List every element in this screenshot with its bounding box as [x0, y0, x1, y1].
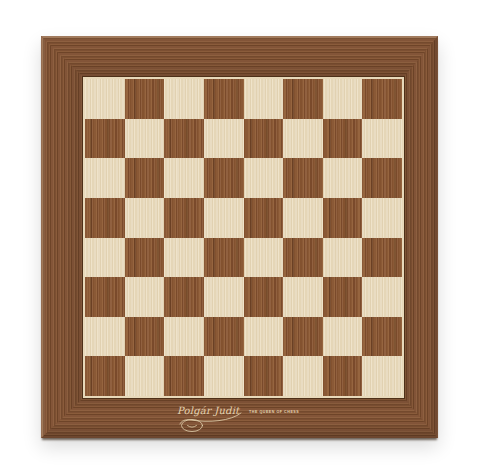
signature-smile: [187, 426, 196, 428]
square-b7[interactable]: [125, 119, 165, 159]
square-f8[interactable]: [283, 79, 323, 119]
square-a1[interactable]: [85, 356, 125, 396]
square-h5[interactable]: [362, 198, 402, 238]
signature-oval: [181, 420, 202, 432]
square-b1[interactable]: [125, 356, 165, 396]
square-a7[interactable]: [85, 119, 125, 159]
square-c2[interactable]: [164, 317, 204, 357]
square-b4[interactable]: [125, 238, 165, 278]
square-f1[interactable]: [283, 356, 323, 396]
square-c6[interactable]: [164, 158, 204, 198]
product-photo: Polgár Judit THE QUEEN OF CHESS: [0, 0, 480, 475]
square-c5[interactable]: [164, 198, 204, 238]
square-f4[interactable]: [283, 238, 323, 278]
square-e1[interactable]: [244, 356, 284, 396]
square-g5[interactable]: [323, 198, 363, 238]
square-g6[interactable]: [323, 158, 363, 198]
square-g2[interactable]: [323, 317, 363, 357]
square-h6[interactable]: [362, 158, 402, 198]
square-a4[interactable]: [85, 238, 125, 278]
square-e7[interactable]: [244, 119, 284, 159]
square-d5[interactable]: [204, 198, 244, 238]
square-a6[interactable]: [85, 158, 125, 198]
square-g8[interactable]: [323, 79, 363, 119]
square-d2[interactable]: [204, 317, 244, 357]
square-g7[interactable]: [323, 119, 363, 159]
square-c4[interactable]: [164, 238, 204, 278]
signature-script: Polgár Judit: [177, 405, 240, 417]
board-frame-left: [41, 36, 83, 438]
square-h3[interactable]: [362, 277, 402, 317]
square-e5[interactable]: [244, 198, 284, 238]
square-f6[interactable]: [283, 158, 323, 198]
square-a8[interactable]: [85, 79, 125, 119]
square-c1[interactable]: [164, 356, 204, 396]
square-e8[interactable]: [244, 79, 284, 119]
square-f7[interactable]: [283, 119, 323, 159]
playing-area: [83, 77, 404, 398]
square-a2[interactable]: [85, 317, 125, 357]
square-h4[interactable]: [362, 238, 402, 278]
square-d3[interactable]: [204, 277, 244, 317]
board-frame-right: [404, 36, 438, 438]
square-h7[interactable]: [362, 119, 402, 159]
square-e2[interactable]: [244, 317, 284, 357]
square-g4[interactable]: [323, 238, 363, 278]
square-e6[interactable]: [244, 158, 284, 198]
square-d1[interactable]: [204, 356, 244, 396]
square-d7[interactable]: [204, 119, 244, 159]
square-b2[interactable]: [125, 317, 165, 357]
square-b5[interactable]: [125, 198, 165, 238]
square-g1[interactable]: [323, 356, 363, 396]
square-b8[interactable]: [125, 79, 165, 119]
square-c8[interactable]: [164, 79, 204, 119]
square-e3[interactable]: [244, 277, 284, 317]
square-d8[interactable]: [204, 79, 244, 119]
square-h8[interactable]: [362, 79, 402, 119]
square-f3[interactable]: [283, 277, 323, 317]
square-f2[interactable]: [283, 317, 323, 357]
square-c3[interactable]: [164, 277, 204, 317]
square-e4[interactable]: [244, 238, 284, 278]
maker-signature: Polgár Judit THE QUEEN OF CHESS: [165, 401, 315, 433]
square-h2[interactable]: [362, 317, 402, 357]
square-b3[interactable]: [125, 277, 165, 317]
square-g3[interactable]: [323, 277, 363, 317]
board-frame-top: [41, 36, 438, 77]
square-a3[interactable]: [85, 277, 125, 317]
square-b6[interactable]: [125, 158, 165, 198]
square-d4[interactable]: [204, 238, 244, 278]
square-d6[interactable]: [204, 158, 244, 198]
chess-board: Polgár Judit THE QUEEN OF CHESS: [41, 36, 438, 438]
signature-tagline: THE QUEEN OF CHESS: [249, 410, 299, 414]
square-h1[interactable]: [362, 356, 402, 396]
square-c7[interactable]: [164, 119, 204, 159]
square-a5[interactable]: [85, 198, 125, 238]
square-f5[interactable]: [283, 198, 323, 238]
